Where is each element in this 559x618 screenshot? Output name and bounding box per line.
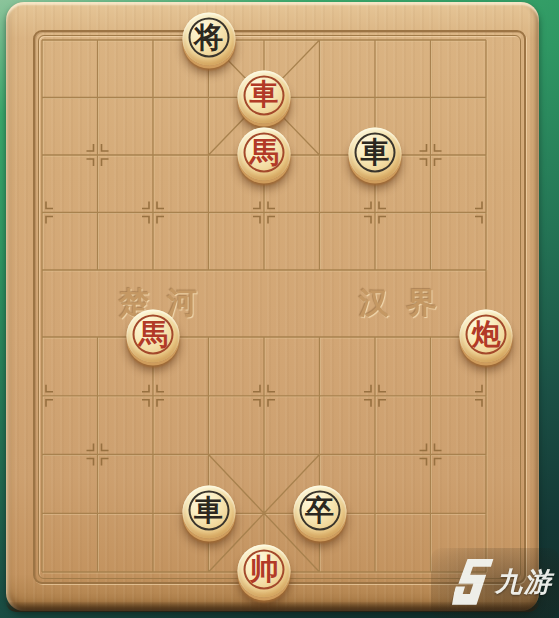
piece-glyph: 車 — [238, 69, 291, 121]
piece-black-soldier[interactable]: 卒 — [293, 486, 346, 539]
river-label-right: 汉界 — [341, 283, 455, 324]
piece-glyph: 車 — [349, 126, 402, 178]
piece-glyph: 帅 — [238, 543, 291, 595]
piece-red-horse-left[interactable]: 馬 — [127, 309, 180, 362]
piece-black-chariot-bottom[interactable]: 車 — [182, 486, 235, 539]
piece-glyph: 車 — [182, 485, 235, 537]
piece-glyph: 馬 — [238, 126, 291, 178]
piece-black-general[interactable]: 将 — [182, 12, 235, 65]
piece-glyph: 馬 — [127, 308, 180, 360]
piece-red-cannon[interactable]: 炮 — [460, 309, 513, 362]
piece-glyph: 将 — [182, 11, 235, 63]
watermark: 九游 — [435, 552, 557, 612]
watermark-text: 九游 — [495, 564, 553, 600]
piece-red-horse[interactable]: 馬 — [238, 127, 291, 180]
piece-red-chariot[interactable]: 車 — [238, 70, 291, 123]
piece-black-chariot-top[interactable]: 車 — [349, 127, 402, 180]
piece-glyph: 卒 — [293, 485, 346, 537]
piece-red-general[interactable]: 帅 — [238, 544, 291, 597]
piece-glyph: 炮 — [460, 308, 513, 360]
